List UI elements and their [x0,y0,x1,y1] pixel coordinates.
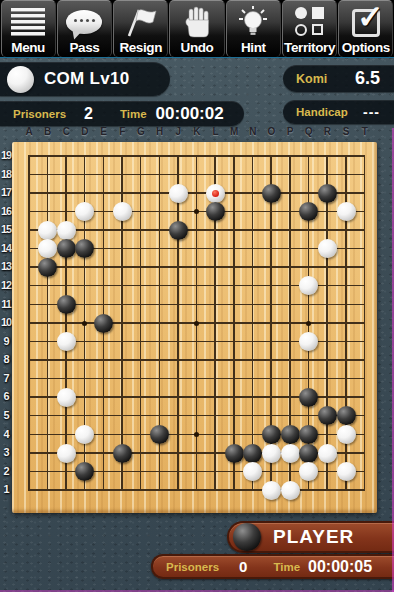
handicap-label: Handicap [296,106,348,118]
white-stone-N2 [243,462,262,481]
komi-value: 6.5 [355,68,380,89]
row-label-19: 19 [0,149,12,161]
col-label-A: A [22,126,36,137]
row-label-18: 18 [0,168,12,180]
menu-button[interactable]: Menu [1,0,56,57]
white-stone-icon [7,66,34,93]
white-stone-B14 [38,239,57,258]
col-label-K: K [190,126,204,137]
black-stone-Q4 [299,425,318,444]
row-label-4: 4 [0,428,12,440]
com-time-value: 00:00:02 [156,104,224,124]
player-bar: PLAYER [227,521,394,553]
row-label-1: 1 [0,483,12,495]
com-prisoners-bar: Prisoners 2 Time 00:00:02 [0,101,244,126]
white-stone-D16 [75,202,94,221]
black-stone-N3 [243,444,262,463]
black-stone-Q16 [299,202,318,221]
row-label-13: 13 [0,260,12,272]
player-prisoners-value: 0 [239,558,247,575]
col-label-N: N [246,126,260,137]
col-label-D: D [78,126,92,137]
white-stone-P3 [281,444,300,463]
komi-label: Komi [296,72,327,86]
go-board[interactable] [12,142,377,513]
checkbox-icon [351,3,381,40]
star-point [194,209,199,214]
row-label-11: 11 [0,298,12,310]
black-stone-O4 [262,425,281,444]
resign-button-label: Resign [119,40,162,57]
toolbar: Menu Pass Resign [0,0,394,58]
col-label-P: P [283,126,297,137]
col-label-M: M [227,126,241,137]
black-stone-L16 [206,202,225,221]
black-stone-C14 [57,239,76,258]
com-name: COM Lv10 [44,69,130,89]
options-button[interactable]: Options [338,0,393,57]
white-stone-B15 [38,221,57,240]
row-label-9: 9 [0,335,12,347]
hint-button-label: Hint [241,40,266,57]
territory-button-label: Territory [284,40,335,57]
black-stone-M3 [225,444,244,463]
col-label-T: T [358,126,372,137]
star-point [306,321,311,326]
handicap-bar: Handicap --- [283,100,394,124]
pass-button-label: Pass [69,40,99,57]
row-label-8: 8 [0,353,12,365]
white-stone-C15 [57,221,76,240]
col-label-R: R [320,126,334,137]
hand-icon [182,3,212,40]
black-stone-S5 [337,406,356,425]
row-label-10: 10 [0,316,12,328]
black-stone-O17 [262,184,281,203]
star-point [194,432,199,437]
black-stone-H4 [150,425,169,444]
player-time-value: 00:00:05 [308,558,372,576]
white-stone-R3 [318,444,337,463]
com-time-label: Time [120,108,147,120]
col-label-E: E [97,126,111,137]
white-stone-O3 [262,444,281,463]
row-label-12: 12 [0,279,12,291]
row-label-3: 3 [0,446,12,458]
row-label-7: 7 [0,372,12,384]
undo-button[interactable]: Undo [169,0,224,57]
go-app-screen: Menu Pass Resign [0,0,394,592]
black-stone-P4 [281,425,300,444]
white-stone-S16 [337,202,356,221]
black-stone-R17 [318,184,337,203]
black-stone-Q6 [299,388,318,407]
com-prisoners-label: Prisoners [13,108,66,120]
player-prisoners-bar: Prisoners 0 Time 00:00:05 [151,554,394,579]
white-stone-C6 [57,388,76,407]
white-stone-C9 [57,332,76,351]
pass-button[interactable]: Pass [57,0,112,57]
menu-button-label: Menu [11,40,45,57]
white-stone-P1 [281,481,300,500]
white-stone-C3 [57,444,76,463]
white-stone-S2 [337,462,356,481]
hint-button[interactable]: Hint [226,0,281,57]
col-label-S: S [339,126,353,137]
white-stone-F16 [113,202,132,221]
black-stone-D14 [75,239,94,258]
col-label-Q: Q [302,126,316,137]
komi-bar: Komi 6.5 [283,65,394,92]
col-label-F: F [115,126,129,137]
star-point [194,321,199,326]
options-button-label: Options [342,40,390,57]
col-label-B: B [41,126,55,137]
col-label-G: G [134,126,148,137]
flag-icon [123,3,159,40]
menu-icon [11,3,45,40]
white-stone-R14 [318,239,337,258]
black-stone-J15 [169,221,188,240]
black-stone-D2 [75,462,94,481]
white-stone-J17 [169,184,188,203]
handicap-value: --- [363,104,380,120]
resign-button[interactable]: Resign [113,0,168,57]
player-name: PLAYER [273,526,354,548]
row-label-15: 15 [0,223,12,235]
white-stone-Q12 [299,276,318,295]
player-prisoners-label: Prisoners [166,561,219,573]
com-prisoners-value: 2 [84,105,93,123]
row-label-14: 14 [0,242,12,254]
star-point [82,321,87,326]
undo-button-label: Undo [181,40,214,57]
white-stone-O1 [262,481,281,500]
black-stone-icon [233,523,261,551]
black-stone-R5 [318,406,337,425]
white-stone-D4 [75,425,94,444]
col-label-C: C [59,126,73,137]
col-label-H: H [153,126,167,137]
territory-button[interactable]: Territory [282,0,337,57]
white-stone-Q9 [299,332,318,351]
com-player-bar: COM Lv10 [0,62,170,96]
row-label-17: 17 [0,186,12,198]
row-label-2: 2 [0,465,12,477]
col-label-J: J [171,126,185,137]
black-stone-Q3 [299,444,318,463]
black-stone-C11 [57,295,76,314]
row-label-16: 16 [0,205,12,217]
speech-bubble-icon [66,3,102,40]
black-stone-B13 [38,258,57,277]
white-stone-S4 [337,425,356,444]
black-stone-E10 [94,314,113,333]
col-label-O: O [264,126,278,137]
last-move-marker [212,190,219,197]
row-label-6: 6 [0,390,12,402]
white-stone-Q2 [299,462,318,481]
lightbulb-icon [235,3,271,40]
col-label-L: L [209,126,223,137]
white-stone-L17 [206,184,225,203]
territory-shapes-icon [295,3,324,40]
black-stone-F3 [113,444,132,463]
player-time-label: Time [273,561,300,573]
row-label-5: 5 [0,409,12,421]
